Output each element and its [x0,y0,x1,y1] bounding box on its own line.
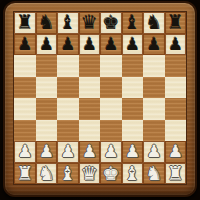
square-d3[interactable] [79,120,101,142]
piece-white-pawn[interactable]: ♟ [146,143,161,160]
square-b8[interactable]: ♞ [36,12,58,34]
piece-black-pawn[interactable]: ♟ [17,35,32,52]
square-h8[interactable]: ♜ [165,12,187,34]
square-g6[interactable] [143,55,165,77]
square-f8[interactable]: ♝ [122,12,144,34]
square-f6[interactable] [122,55,144,77]
square-c1[interactable]: ♝ [57,163,79,185]
chess-board: ♜♞♝♛♚♝♞♜♟♟♟♟♟♟♟♟♟♟♟♟♟♟♟♟♜♞♝♛♚♝♞♜ [14,12,186,184]
piece-black-pawn[interactable]: ♟ [103,35,118,52]
chess-app-screen: ♜♞♝♛♚♝♞♜♟♟♟♟♟♟♟♟♟♟♟♟♟♟♟♟♜♞♝♛♚♝♞♜ [0,0,200,200]
square-g1[interactable]: ♞ [143,163,165,185]
piece-white-bishop[interactable]: ♝ [59,163,76,182]
square-g2[interactable]: ♟ [143,141,165,163]
piece-white-queen[interactable]: ♛ [81,163,98,182]
square-c3[interactable] [57,120,79,142]
square-a4[interactable] [14,98,36,120]
piece-white-pawn[interactable]: ♟ [103,143,118,160]
piece-white-pawn[interactable]: ♟ [17,143,32,160]
square-b6[interactable] [36,55,58,77]
square-a7[interactable]: ♟ [14,34,36,56]
piece-white-pawn[interactable]: ♟ [168,143,183,160]
piece-white-pawn[interactable]: ♟ [82,143,97,160]
square-f3[interactable] [122,120,144,142]
square-h3[interactable] [165,120,187,142]
square-d1[interactable]: ♛ [79,163,101,185]
piece-black-bishop[interactable]: ♝ [59,13,76,32]
piece-white-bishop[interactable]: ♝ [124,163,141,182]
square-b3[interactable] [36,120,58,142]
square-c8[interactable]: ♝ [57,12,79,34]
square-h2[interactable]: ♟ [165,141,187,163]
piece-white-king[interactable]: ♚ [102,163,119,182]
square-c6[interactable] [57,55,79,77]
piece-white-knight[interactable]: ♞ [145,163,162,182]
square-b1[interactable]: ♞ [36,163,58,185]
piece-black-queen[interactable]: ♛ [81,13,98,32]
piece-black-rook[interactable]: ♜ [16,13,33,32]
square-e5[interactable] [100,77,122,99]
square-a8[interactable]: ♜ [14,12,36,34]
square-e3[interactable] [100,120,122,142]
square-h4[interactable] [165,98,187,120]
piece-white-pawn[interactable]: ♟ [125,143,140,160]
square-h7[interactable]: ♟ [165,34,187,56]
piece-black-pawn[interactable]: ♟ [168,35,183,52]
square-f2[interactable]: ♟ [122,141,144,163]
square-b4[interactable] [36,98,58,120]
square-a6[interactable] [14,55,36,77]
square-e2[interactable]: ♟ [100,141,122,163]
square-f5[interactable] [122,77,144,99]
piece-white-knight[interactable]: ♞ [38,163,55,182]
piece-black-pawn[interactable]: ♟ [39,35,54,52]
square-b2[interactable]: ♟ [36,141,58,163]
piece-black-pawn[interactable]: ♟ [125,35,140,52]
square-g3[interactable] [143,120,165,142]
square-a2[interactable]: ♟ [14,141,36,163]
square-a1[interactable]: ♜ [14,163,36,185]
square-a3[interactable] [14,120,36,142]
square-c2[interactable]: ♟ [57,141,79,163]
piece-white-rook[interactable]: ♜ [16,163,33,182]
square-g8[interactable]: ♞ [143,12,165,34]
square-e1[interactable]: ♚ [100,163,122,185]
square-g4[interactable] [143,98,165,120]
square-f1[interactable]: ♝ [122,163,144,185]
square-b5[interactable] [36,77,58,99]
square-h6[interactable] [165,55,187,77]
piece-black-pawn[interactable]: ♟ [82,35,97,52]
square-d6[interactable] [79,55,101,77]
square-g5[interactable] [143,77,165,99]
piece-white-rook[interactable]: ♜ [167,163,184,182]
piece-black-pawn[interactable]: ♟ [146,35,161,52]
piece-black-rook[interactable]: ♜ [167,13,184,32]
square-e8[interactable]: ♚ [100,12,122,34]
square-h1[interactable]: ♜ [165,163,187,185]
square-d4[interactable] [79,98,101,120]
piece-white-pawn[interactable]: ♟ [39,143,54,160]
square-g7[interactable]: ♟ [143,34,165,56]
square-f7[interactable]: ♟ [122,34,144,56]
piece-black-knight[interactable]: ♞ [145,13,162,32]
square-e6[interactable] [100,55,122,77]
square-a5[interactable] [14,77,36,99]
piece-black-bishop[interactable]: ♝ [124,13,141,32]
square-d8[interactable]: ♛ [79,12,101,34]
square-d5[interactable] [79,77,101,99]
square-d2[interactable]: ♟ [79,141,101,163]
square-e7[interactable]: ♟ [100,34,122,56]
piece-black-pawn[interactable]: ♟ [60,35,75,52]
square-e4[interactable] [100,98,122,120]
square-d7[interactable]: ♟ [79,34,101,56]
piece-black-king[interactable]: ♚ [102,13,119,32]
square-b7[interactable]: ♟ [36,34,58,56]
square-c7[interactable]: ♟ [57,34,79,56]
square-h5[interactable] [165,77,187,99]
piece-white-pawn[interactable]: ♟ [60,143,75,160]
square-f4[interactable] [122,98,144,120]
square-c5[interactable] [57,77,79,99]
square-c4[interactable] [57,98,79,120]
piece-black-knight[interactable]: ♞ [38,13,55,32]
